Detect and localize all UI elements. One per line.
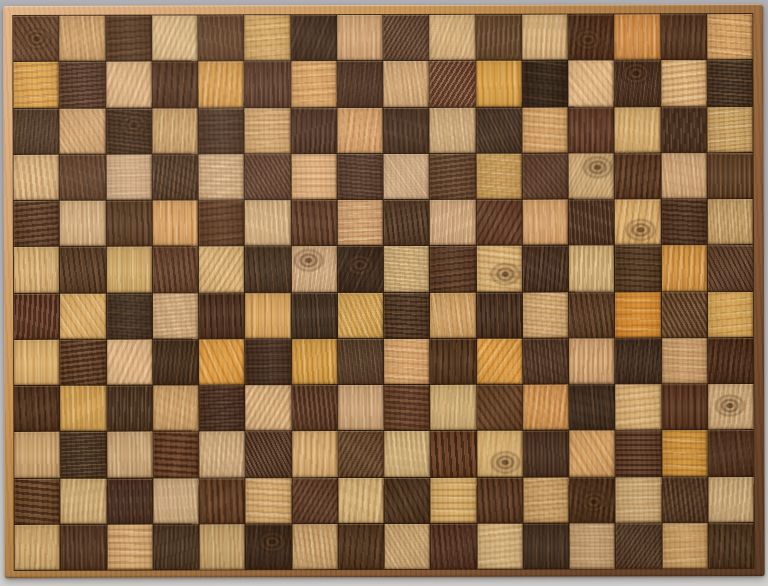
square-r4c8-dark: [337, 154, 382, 199]
square-r8c6-dark: [245, 339, 290, 384]
square-r1c11-dark: [476, 15, 521, 60]
square-r11c1-dark: [14, 478, 59, 523]
square-r6c3-light: [106, 247, 151, 292]
square-r12c11-light: [477, 523, 522, 568]
square-r10c1-light: [14, 432, 59, 477]
square-r5c16-light: [708, 199, 753, 244]
square-r2c1-light: [13, 62, 58, 107]
square-r4c13-light: [569, 153, 614, 198]
square-r3c13-dark: [569, 107, 614, 152]
square-r10c3-light: [107, 432, 152, 477]
square-r8c3-light: [107, 339, 152, 384]
square-r11c9-dark: [384, 477, 429, 522]
square-r1c1-dark: [13, 16, 58, 61]
square-r8c12-dark: [523, 338, 568, 383]
square-r12c7-light: [292, 524, 337, 569]
square-r5c14-light: [615, 199, 660, 244]
square-r9c11-dark: [477, 385, 522, 430]
square-r2c3-light: [106, 62, 151, 107]
square-r8c1-light: [14, 340, 59, 385]
square-r11c15-dark: [662, 477, 707, 522]
square-r1c13-dark: [568, 14, 613, 59]
square-r4c9-light: [384, 154, 429, 199]
square-r5c4-light: [153, 200, 198, 245]
square-r2c5-light: [198, 62, 243, 107]
square-r5c12-light: [523, 200, 568, 245]
square-r2c8-dark: [337, 61, 382, 106]
square-r6c16-dark: [708, 245, 753, 290]
square-r4c12-dark: [522, 153, 567, 198]
square-r10c11-light: [477, 431, 522, 476]
square-r3c3-dark: [106, 108, 151, 153]
square-r10c5-light: [199, 432, 244, 477]
square-r10c9-light: [384, 431, 429, 476]
square-r4c4-dark: [152, 154, 197, 199]
square-r11c7-dark: [292, 478, 337, 523]
square-r6c9-light: [384, 246, 429, 291]
square-r6c4-dark: [153, 247, 198, 292]
square-r1c2-light: [60, 16, 105, 61]
square-r9c7-dark: [292, 385, 337, 430]
square-r3c16-light: [707, 107, 752, 152]
square-r12c10-dark: [431, 524, 476, 569]
square-r9c10-light: [430, 385, 475, 430]
square-r3c8-light: [337, 108, 382, 153]
square-r8c7-light: [292, 339, 337, 384]
square-r9c12-light: [523, 385, 568, 430]
square-r12c4-dark: [153, 524, 198, 569]
square-r3c2-light: [60, 108, 105, 153]
square-r10c6-dark: [246, 431, 291, 476]
square-r3c1-dark: [14, 108, 59, 153]
square-r11c11-dark: [477, 477, 522, 522]
square-r2c7-light: [291, 61, 336, 106]
square-r10c15-light: [662, 430, 707, 475]
square-r8c14-dark: [615, 338, 660, 383]
square-r11c13-dark: [569, 477, 614, 522]
square-r10c12-dark: [523, 431, 568, 476]
square-r4c5-light: [199, 154, 244, 199]
square-r1c16-light: [707, 14, 752, 59]
square-r10c16-dark: [708, 430, 753, 475]
square-r9c2-light: [60, 386, 105, 431]
square-r1c6-light: [245, 15, 290, 60]
square-r4c3-light: [106, 154, 151, 199]
square-r9c3-dark: [107, 386, 152, 431]
square-r4c11-light: [476, 153, 521, 198]
square-r2c11-light: [476, 61, 521, 106]
square-r12c15-light: [662, 523, 707, 568]
square-r2c4-dark: [152, 62, 197, 107]
square-r7c3-dark: [107, 293, 152, 338]
square-r9c16-light: [708, 384, 753, 429]
square-r4c15-light: [661, 153, 706, 198]
square-r10c2-dark: [61, 432, 106, 477]
square-r8c15-light: [662, 338, 707, 383]
square-r10c10-dark: [431, 431, 476, 476]
square-r7c2-light: [60, 293, 105, 338]
square-r7c15-dark: [662, 292, 707, 337]
square-r6c13-light: [569, 246, 614, 291]
square-r5c2-light: [60, 201, 105, 246]
square-r6c2-dark: [60, 247, 105, 292]
square-r1c3-dark: [106, 16, 151, 61]
square-r3c4-light: [152, 108, 197, 153]
square-r7c10-light: [430, 292, 475, 337]
square-r2c9-light: [383, 61, 428, 106]
square-r5c1-dark: [14, 201, 59, 246]
square-r11c3-dark: [107, 478, 152, 523]
square-r7c9-dark: [384, 292, 429, 337]
square-r2c13-light: [568, 61, 613, 106]
square-r7c16-light: [708, 292, 753, 337]
square-r4c10-dark: [430, 154, 475, 199]
checkerboard: [13, 14, 753, 570]
square-r7c7-dark: [292, 293, 337, 338]
square-r4c14-dark: [615, 153, 660, 198]
square-r9c5-dark: [199, 385, 244, 430]
square-r5c7-dark: [291, 200, 336, 245]
square-r1c8-light: [337, 15, 382, 60]
square-r12c13-light: [570, 523, 615, 568]
square-r6c5-light: [199, 247, 244, 292]
square-r3c15-dark: [661, 107, 706, 152]
square-r9c4-light: [153, 385, 198, 430]
square-r7c5-dark: [199, 293, 244, 338]
square-r3c5-dark: [199, 108, 244, 153]
square-r11c2-light: [61, 478, 106, 523]
square-r3c9-dark: [384, 107, 429, 152]
square-r4c2-dark: [60, 154, 105, 199]
square-r11c14-light: [616, 477, 661, 522]
square-r8c13-light: [569, 338, 614, 383]
square-r8c8-dark: [338, 339, 383, 384]
square-r5c15-dark: [661, 199, 706, 244]
photograph-wooden-checkerboard: [0, 0, 768, 586]
square-r3c12-light: [522, 107, 567, 152]
square-r2c14-dark: [615, 61, 660, 106]
square-r3c7-dark: [291, 108, 336, 153]
square-r1c5-dark: [198, 15, 243, 60]
square-r4c1-light: [14, 155, 59, 200]
square-r11c10-light: [431, 477, 476, 522]
square-r5c5-dark: [199, 200, 244, 245]
square-r2c6-dark: [245, 61, 290, 106]
square-r6c6-dark: [245, 246, 290, 291]
square-r5c3-dark: [106, 201, 151, 246]
square-r2c16-dark: [707, 60, 752, 105]
square-r11c8-light: [338, 478, 383, 523]
square-r11c5-dark: [199, 478, 244, 523]
square-r2c15-light: [661, 60, 706, 105]
square-r8c16-dark: [708, 338, 753, 383]
square-r2c2-dark: [60, 62, 105, 107]
square-r6c11-light: [476, 246, 521, 291]
square-r4c7-light: [291, 154, 336, 199]
square-r8c11-light: [477, 338, 522, 383]
square-r5c11-dark: [476, 200, 521, 245]
square-r12c3-light: [107, 524, 152, 569]
square-r9c9-dark: [384, 385, 429, 430]
square-r7c14-light: [615, 292, 660, 337]
square-r1c15-dark: [661, 14, 706, 59]
square-r10c7-light: [292, 431, 337, 476]
square-r3c10-light: [430, 107, 475, 152]
square-r7c11-dark: [477, 292, 522, 337]
square-r3c6-light: [245, 108, 290, 153]
square-r12c8-dark: [338, 524, 383, 569]
square-r7c1-dark: [14, 293, 59, 338]
square-r11c16-light: [708, 477, 753, 522]
square-r10c14-dark: [616, 431, 661, 476]
square-r12c16-dark: [708, 523, 753, 568]
square-r12c2-dark: [61, 524, 106, 569]
square-r12c6-dark: [246, 524, 291, 569]
square-r7c12-light: [523, 292, 568, 337]
square-r1c10-light: [430, 15, 475, 60]
square-r9c8-light: [338, 385, 383, 430]
square-r5c6-light: [245, 200, 290, 245]
square-r12c9-light: [385, 524, 430, 569]
square-r12c12-dark: [523, 523, 568, 568]
square-r10c4-dark: [153, 432, 198, 477]
square-r10c13-light: [569, 431, 614, 476]
square-r11c12-light: [523, 477, 568, 522]
square-r5c8-light: [338, 200, 383, 245]
square-r9c1-dark: [14, 386, 59, 431]
square-r6c8-dark: [338, 246, 383, 291]
square-r6c1-light: [14, 247, 59, 292]
square-r8c10-dark: [430, 339, 475, 384]
square-r5c10-light: [430, 200, 475, 245]
square-r11c4-light: [153, 478, 198, 523]
square-r7c4-light: [153, 293, 198, 338]
square-r10c8-dark: [338, 431, 383, 476]
square-r4c16-dark: [707, 153, 752, 198]
square-r9c6-light: [245, 385, 290, 430]
square-r8c5-light: [199, 339, 244, 384]
square-r12c14-dark: [616, 523, 661, 568]
square-r1c7-dark: [291, 15, 336, 60]
square-r7c6-light: [245, 293, 290, 338]
square-r7c13-dark: [569, 292, 614, 337]
square-r5c9-dark: [384, 200, 429, 245]
square-r12c1-light: [15, 525, 60, 570]
square-r1c9-dark: [383, 15, 428, 60]
square-r8c4-dark: [153, 339, 198, 384]
square-r3c14-light: [615, 107, 660, 152]
square-r2c10-dark: [430, 61, 475, 106]
square-r7c8-light: [338, 293, 383, 338]
square-r11c6-light: [246, 478, 291, 523]
square-r3c11-dark: [476, 107, 521, 152]
square-r5c13-dark: [569, 199, 614, 244]
square-r8c2-dark: [60, 339, 105, 384]
square-r2c12-dark: [522, 61, 567, 106]
square-r9c13-dark: [569, 384, 614, 429]
square-r4c6-dark: [245, 154, 290, 199]
square-r6c12-dark: [523, 246, 568, 291]
square-r1c14-light: [615, 14, 660, 59]
square-r1c4-light: [152, 15, 197, 60]
square-r1c12-light: [522, 15, 567, 60]
square-r6c14-dark: [615, 246, 660, 291]
square-r12c5-light: [200, 524, 245, 569]
square-r6c7-light: [291, 246, 336, 291]
square-r9c15-dark: [662, 384, 707, 429]
square-r6c15-light: [661, 245, 706, 290]
square-r8c9-light: [384, 339, 429, 384]
board-frame: [3, 4, 764, 578]
square-r6c10-dark: [430, 246, 475, 291]
square-r9c14-light: [615, 384, 660, 429]
